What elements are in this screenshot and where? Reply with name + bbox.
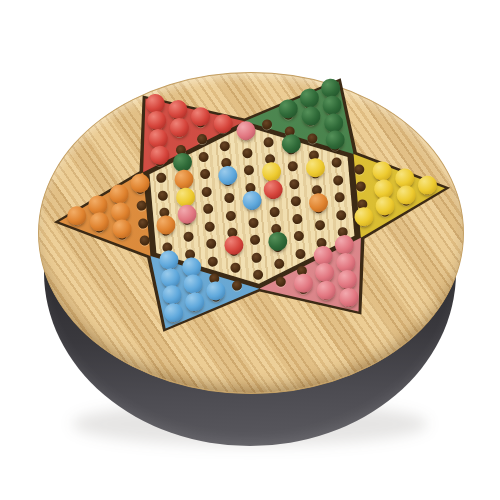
- hole-c8-5[interactable]: [248, 217, 259, 228]
- hole-c10-4[interactable]: [289, 178, 300, 189]
- hole-c12-7[interactable]: [336, 209, 347, 220]
- hole-c12-5[interactable]: [333, 174, 344, 185]
- hole-c6-4[interactable]: [201, 186, 212, 197]
- hole-c8-1[interactable]: [242, 147, 253, 158]
- hole-c10-6[interactable]: [292, 213, 303, 224]
- peg-blue[interactable]: [163, 302, 184, 323]
- star-play-area: [0, 0, 500, 500]
- hole-c6-8[interactable]: [207, 256, 218, 267]
- hole-c6-6[interactable]: [204, 221, 215, 232]
- scene: [0, 0, 500, 500]
- peg-pink[interactable]: [338, 287, 359, 308]
- peg-yellow[interactable]: [417, 174, 438, 195]
- hole-c10-8[interactable]: [295, 248, 306, 259]
- peg-orange[interactable]: [66, 205, 87, 226]
- board-center-field: [0, 0, 500, 500]
- peg-pink[interactable]: [235, 120, 256, 141]
- hole-c4-5[interactable]: [157, 190, 168, 201]
- peg-blue[interactable]: [241, 190, 262, 211]
- hole-c6-2[interactable]: [198, 151, 209, 162]
- hole-c8-7[interactable]: [251, 252, 262, 263]
